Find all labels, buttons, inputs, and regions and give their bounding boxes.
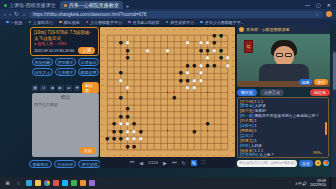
col-label: N [185,154,189,156]
row-label: 10 [232,90,235,94]
browser-tab-2[interactable]: 丹朱一心棋院直播教室 [60,1,123,9]
chat-text: 1 1 1 [255,100,263,104]
system-tray: ∧中🔊 19:09 2022/9/10 [295,177,332,189]
board-cell [191,113,198,121]
chat-message-list[interactable]: [王小明] 1 1 1[李思远] 人好多[棋小圣] 老师好[陈一诺] 黑棋是不是… [237,97,329,158]
tool-button[interactable]: 摆放棋子 [55,58,76,66]
board-cell [104,120,111,128]
board-cell [157,54,164,62]
tab-label: 丹朱一心棋院直播教室 [69,2,119,8]
board-cell [218,105,225,113]
board-cell [111,105,118,113]
board-cell [104,143,111,151]
board-cell: ● [198,77,205,85]
bookmark-label: 少儿围棋教学平台 [90,20,122,25]
row-label: 8 [101,103,104,107]
board-cell: ● [124,143,131,151]
bookmark-label: 丹朱少儿围棋教学平... [205,20,244,25]
col-label: S [219,28,223,30]
browser-profile-avatar[interactable] [326,11,332,17]
bookmark-favicon [59,21,62,24]
stone-black: ● [112,135,117,143]
bookmark-item[interactable]: 丹朱ALLIN对弈 [128,20,160,25]
board-row-labels-right: 19181716151413121110987654321 [231,32,235,153]
bookmark-item[interactable]: 上课啦后台 [29,20,54,25]
chat-send-button[interactable]: 发送 [299,160,313,167]
col-label: E [132,28,136,30]
maximize-button[interactable]: ▢ [316,2,321,8]
board-cell [224,120,231,128]
board-cell [164,32,171,40]
board-cell [211,69,218,77]
board-cell [198,135,205,143]
board-cell [178,135,185,143]
board-cell [144,84,151,92]
bookmark-favicon [86,21,89,24]
board-cell [157,69,164,77]
bottom-button[interactable]: 师生对弈 [78,160,101,168]
taskbar-app-icon[interactable] [62,180,68,186]
board-cell [137,105,144,113]
start-button[interactable]: ⊞ [4,180,11,187]
board-cell [157,47,164,55]
board-cell [151,128,158,136]
row-label: 19 [232,33,235,37]
board-cell [218,69,225,77]
edit-tool-icon[interactable]: ↺ [40,85,46,91]
board-cell [211,143,218,151]
board-cell [157,135,164,143]
board-cell [218,135,225,143]
chat-input[interactable]: 和大家说点什么吧（按Enter键发送） [237,160,297,167]
edit-tool-icon[interactable]: ▶ [57,85,63,91]
board-playback-toolbar: ⏮◀1/143▶⏭↻✎⛶ [100,157,235,168]
board-cell [184,105,191,113]
close-button[interactable]: ✕ [327,2,331,8]
board-cell [111,77,118,85]
bookmark-item[interactable]: 棋院系统 [59,20,80,25]
col-label: J [159,154,163,156]
chat-username: [刘子墨] [240,119,255,123]
board-cell: ● [117,39,124,47]
bookmark-item[interactable]: 丹朱少儿围棋教学平... [200,20,244,25]
board-cell [144,105,151,113]
board-cell: ● [131,143,138,151]
page-scrollbar-thumb[interactable] [333,52,336,90]
board-cell [131,39,138,47]
url-input[interactable]: https://zhibo.shangkela.com/classroom.ht… [29,11,323,18]
board-cell [218,143,225,151]
ai-analysis-button[interactable]: AI分析 [82,82,99,94]
taskbar-app-icon[interactable] [35,180,41,186]
tab-likes[interactable]: 点赞互动 [260,89,284,96]
board-cell [144,94,151,102]
chat-username: [李思远] [240,104,255,108]
board-cell [151,39,158,47]
taskbar-app-icon[interactable] [71,180,77,186]
board-cell [144,54,151,62]
board-cell: ● [191,128,198,136]
board-cell [171,39,178,47]
playback-icon[interactable]: ◀ [139,160,143,166]
chat-username: [学员8899] [240,153,259,157]
taskbar-app-icon[interactable] [89,180,95,186]
col-label: F [139,28,143,30]
board-cell [164,69,171,77]
col-label: C [119,154,123,156]
chat-text: 1 [255,129,257,133]
tool-button[interactable]: 缩放大小 [32,68,53,76]
board-cell [178,113,185,121]
board-cell [171,54,178,62]
board-cell [157,32,164,40]
col-label: D [125,28,129,30]
taskbar-clock[interactable]: 19:09 2022/9/10 [310,179,326,187]
board-cell [151,62,158,70]
board-cell [224,135,231,143]
col-label: M [179,28,183,30]
stone-white: ● [199,77,204,85]
board-cell [144,69,151,77]
enter-class-button[interactable]: 上课 [78,47,95,54]
col-label: H [152,154,156,156]
question-send-button[interactable]: 发送 [80,147,96,154]
edit-tool-icon[interactable]: ◀ [49,85,55,91]
video-feed: 福 连麦 举手 [237,34,330,87]
playback-icon[interactable]: ↻ [181,160,185,166]
lesson-signup-count: ● 报名人数：2980 [34,41,95,46]
tool-button[interactable]: 棋盘设置 [78,68,99,76]
board-cell [184,128,191,136]
board-cell [224,113,231,121]
board-cell: ● [117,135,124,143]
board-cell [204,84,211,92]
row-label: 6 [101,115,104,119]
board-cell [191,143,198,151]
stone-black: ● [219,32,224,40]
col-label: F [139,154,143,156]
windows-taskbar: ⊞ ○ ∧中🔊 19:09 2022/9/10 [0,177,336,189]
row-label: 13 [101,71,104,75]
chat-scrollbar[interactable] [325,122,327,135]
board-cell [218,120,225,128]
bookmark-label: 一起练 [11,20,23,25]
teacher-avatar [239,27,244,32]
col-label: Q [206,28,210,30]
board-cell [117,84,124,92]
board-cell [137,32,144,40]
board-cell [211,94,218,102]
board-cell [137,47,144,55]
board-cell [117,54,124,62]
board-cell [204,77,211,85]
forward-icon[interactable]: › [9,9,11,19]
stone-white: ● [192,84,197,92]
browser-tab-1[interactable]: 上课啦-围棋直播课堂 [0,1,60,9]
board-cell [198,105,205,113]
emoji-icon[interactable]: ☺ [315,160,321,166]
board-cell [218,113,225,121]
board-cell: ● [178,77,185,85]
board-cell [144,32,151,40]
board-cell [131,32,138,40]
board-cell [131,69,138,77]
mic-link-button[interactable]: 连麦 [299,79,313,85]
board-cell [151,105,158,113]
board-cell [171,113,178,121]
board-cell [117,47,124,55]
board-cell [164,94,171,102]
board-cell [164,84,171,92]
board-cell [211,77,218,85]
board-cell: ● [144,47,151,55]
board-cell [137,54,144,62]
row-label: 2 [232,141,235,145]
board-cell [171,77,178,85]
board-cell [164,113,171,121]
board-cell [131,84,138,92]
chat-username: [吴优] [240,134,251,138]
edit-tool-icon[interactable]: ✚ [74,85,80,91]
board-cell [144,128,151,136]
board-cell [131,77,138,85]
col-label: H [152,28,156,30]
board-cell [224,105,231,113]
col-label: O [192,28,196,30]
board-cell: ● [211,47,218,55]
stone-white: ● [138,135,143,143]
search-icon[interactable]: ○ [15,180,22,187]
board-cell [104,94,111,102]
board-cell [178,143,185,151]
board-cell [144,113,151,121]
stone-black: ● [192,62,197,70]
board-cell [191,47,198,55]
board-cell [224,32,231,40]
page-scrollbar[interactable] [332,50,336,189]
taskbar-app-icon[interactable] [26,180,32,186]
row-label: 9 [232,96,235,100]
teacher-video-panel: 黄老师 · 小棋圣围棋课堂 福 连麦 举手 [237,25,330,87]
board-cell [137,94,144,102]
stone-black: ● [125,54,130,62]
board-cell [104,47,111,55]
board-cell [198,84,205,92]
lesson-card: [19路] 719-678班 7.5级困难-大飞挂角定式 ● 报名人数：2980… [30,27,99,56]
board-cell [191,39,198,47]
tool-button[interactable]: 记谱标记 [78,58,99,66]
bookmark-favicon [29,21,32,24]
clock-date: 2022/9/10 [310,183,326,187]
chat-input-row: 和大家说点什么吧（按Enter键发送） 发送 ☺ 🎁 [237,159,329,167]
col-label: T [226,28,230,30]
bookmark-item[interactable]: 少儿围棋教学平台 [86,20,123,25]
board-cell [151,113,158,121]
taskbar-apps [26,180,95,186]
bookmark-label: 上课啦后台 [33,20,53,25]
board-cell [131,94,138,102]
board-cell [111,54,118,62]
stone-black: ● [125,143,130,151]
row-label: 11 [232,84,235,88]
playback-icon[interactable]: ⏮ [130,159,135,166]
col-label: G [145,154,149,156]
goban[interactable]: ●●●●●●●●●●●●●●●●●●●●●●●●●●●●●●●●●●●●●●●●… [104,32,231,153]
red-packet-button[interactable]: 抢红包 [310,89,330,96]
bookmark-star-icon[interactable]: ☆ [315,12,319,17]
col-label: Q [206,154,210,156]
col-label: P [199,28,203,30]
tab-chat[interactable]: 聊天区 [237,89,257,96]
back-icon[interactable]: ‹ [4,9,6,19]
bookmark-favicon [128,21,131,24]
board-cell [164,77,171,85]
row-label: 8 [232,103,235,107]
board-cell [104,77,111,85]
board-cell: ● [104,135,111,143]
col-label: J [159,28,163,30]
board-cell [204,135,211,143]
board-cell [157,62,164,70]
move-counter: 1/143 [148,160,158,165]
board-cell [191,32,198,40]
board-cell [117,143,124,151]
stone-white: ● [165,47,170,55]
board-cell: ● [124,84,131,92]
tray-icons: ∧中🔊 [295,181,307,186]
board-cell [178,94,185,102]
board-cell: ● [224,62,231,70]
browser-tab-bar: 上课啦-围棋直播课堂 丹朱一心棋院直播教室 + — ▢ ✕ [0,0,336,9]
board-cell [204,143,211,151]
row-label: 11 [101,84,104,88]
board-cell [204,128,211,136]
stone-white: ● [185,84,190,92]
board-cell [164,120,171,128]
board-cell [224,94,231,102]
board-cell [111,69,118,77]
stone-black: ● [118,135,123,143]
stone-black: ● [132,143,137,151]
bookmark-label: 丹朱ALLIN对弈 [133,20,160,25]
gift-icon[interactable]: 🎁 [323,160,329,166]
notification-center-button[interactable] [329,177,332,189]
board-cell [198,143,205,151]
taskbar-app-icon[interactable] [80,180,86,186]
stone-black: ● [219,54,224,62]
tab-favicon [4,4,7,7]
bookmark-item[interactable]: 一起练 [6,20,23,25]
col-label: K [165,28,169,30]
screen: 上课啦-围棋直播课堂 丹朱一心棋院直播教室 + — ▢ ✕ ‹ › ↻ ⌂ ht… [0,0,336,189]
bookmark-item[interactable]: 师生对弈平台 [166,20,195,25]
online-count-badge: 999+ [313,150,322,155]
board-cell: ● [124,54,131,62]
board-cell [224,77,231,85]
edit-tool-icon[interactable]: ▦ [32,85,38,91]
board-cell [124,69,131,77]
stone-white: ● [145,47,150,55]
chat-username: [郑博文] [240,139,255,143]
chat-username: [陈一诺] [240,114,255,118]
stone-white: ● [118,77,123,85]
row-label: 19 [101,33,104,37]
row-label: 10 [101,90,104,94]
go-board: ●●●●●●●●●●●●●●●●●●●●●●●●●●●●●●●●●●●●●●●●… [100,27,235,157]
stone-black: ● [205,120,210,128]
bookmark-favicon [6,21,9,24]
board-cell: ● [191,84,198,92]
video-buttons: 连麦 举手 [299,79,328,85]
col-label: M [179,154,183,156]
board-cell [137,62,144,70]
minimize-button[interactable]: — [305,2,310,8]
playback-icon[interactable]: ✎ [191,160,197,166]
board-cell [178,120,185,128]
board-cell: ● [191,62,198,70]
tool-button[interactable]: 立体棋子 [55,68,76,76]
playback-icon[interactable]: ⛶ [202,159,206,166]
stone-black: ● [118,94,123,102]
board-cell [111,94,118,102]
raise-hand-button[interactable]: 举手 [314,79,328,85]
col-label: T [226,154,230,156]
col-label: B [112,28,116,30]
board-cell [171,47,178,55]
board-cell [151,120,158,128]
home-icon[interactable]: ⌂ [22,9,26,19]
board-cell [131,105,138,113]
col-label: R [212,154,216,156]
chat-text: 1 [255,119,257,123]
tool-button[interactable]: 形势判断 [32,58,53,66]
reload-icon[interactable]: ↻ [14,9,19,19]
row-label: 3 [232,135,235,139]
board-cell [184,47,191,55]
playback-icon[interactable]: ⏭ [172,159,177,166]
board-cell [184,94,191,102]
board-cell [151,94,158,102]
board-cell [111,47,118,55]
board-cell [151,77,158,85]
col-label: A [105,28,109,30]
col-label: O [192,154,196,156]
chat-text: 1 [251,134,253,138]
taskbar-app-icon[interactable] [44,180,50,186]
board-cell [104,54,111,62]
row-label: 17 [101,45,104,49]
chat-username: [王小明] [240,100,255,104]
bottom-button[interactable]: 课堂笔记 [29,160,52,168]
row-label: 18 [101,39,104,43]
tray-icon[interactable]: 🔊 [302,181,307,186]
board-edit-icon-row: ▦↺◀▶⏭✚AI分析 [32,84,99,91]
row-label: 13 [232,71,235,75]
bottom-button[interactable]: 演示SGF [54,160,77,168]
board-cell: ● [164,47,171,55]
col-label: L [172,28,176,30]
board-cell: ● [137,135,144,143]
board-cell: ● [218,54,225,62]
stone-white: ● [212,47,217,55]
board-cell [104,39,111,47]
edit-tool-icon[interactable]: ⏭ [66,85,72,91]
taskbar-app-icon[interactable] [53,180,59,186]
board-cell [191,135,198,143]
board-cell [104,62,111,70]
playback-icon[interactable]: ▶ [163,160,167,166]
board-cell [124,62,131,70]
